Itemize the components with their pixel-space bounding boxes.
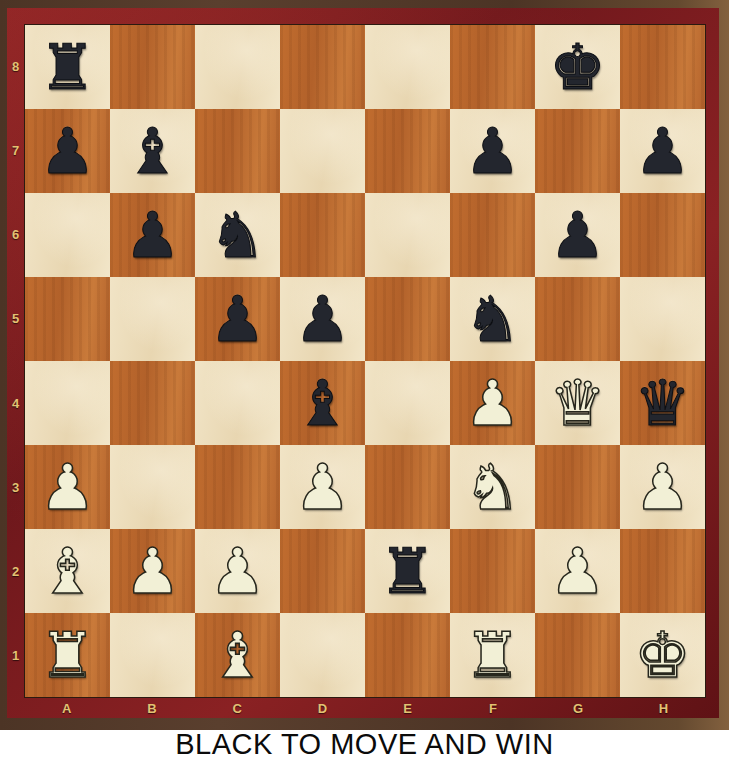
square-b6[interactable]: ♟ — [110, 193, 195, 277]
square-c2[interactable]: ♟ — [195, 529, 280, 613]
black-pawn-c5: ♟ — [209, 288, 265, 351]
square-g5[interactable] — [535, 277, 620, 361]
black-pawn-g6: ♟ — [549, 204, 605, 267]
square-b1[interactable] — [110, 613, 195, 697]
rank-labels: 87654321 — [7, 24, 24, 698]
white-bishop-c1: ♝ — [209, 624, 265, 687]
square-c3[interactable] — [195, 445, 280, 529]
square-b8[interactable] — [110, 25, 195, 109]
white-pawn-b2: ♟ — [124, 540, 180, 603]
file-label-f: F — [450, 698, 535, 718]
square-e8[interactable] — [365, 25, 450, 109]
black-pawn-b6: ♟ — [124, 204, 180, 267]
square-a5[interactable] — [25, 277, 110, 361]
square-a3[interactable]: ♟ — [25, 445, 110, 529]
square-g8[interactable]: ♚ — [535, 25, 620, 109]
rank-label-1: 1 — [7, 614, 24, 698]
white-rook-f1: ♜ — [464, 624, 520, 687]
square-f1[interactable]: ♜ — [450, 613, 535, 697]
square-b4[interactable] — [110, 361, 195, 445]
black-pawn-h7: ♟ — [634, 120, 690, 183]
square-a4[interactable] — [25, 361, 110, 445]
file-label-h: H — [621, 698, 706, 718]
square-c1[interactable]: ♝ — [195, 613, 280, 697]
rank-label-8: 8 — [7, 24, 24, 108]
square-e4[interactable] — [365, 361, 450, 445]
chess-board: ♜♚♟♝♟♟♟♞♟♟♟♞♝♟♛♛♟♟♞♟♝♟♟♜♟♜♝♜♚ — [24, 24, 706, 698]
square-a1[interactable]: ♜ — [25, 613, 110, 697]
square-f3[interactable]: ♞ — [450, 445, 535, 529]
square-h1[interactable]: ♚ — [620, 613, 705, 697]
white-pawn-d3: ♟ — [294, 456, 350, 519]
square-d1[interactable] — [280, 613, 365, 697]
black-pawn-d5: ♟ — [294, 288, 350, 351]
rank-label-6: 6 — [7, 193, 24, 277]
white-pawn-f4: ♟ — [464, 372, 520, 435]
square-g1[interactable] — [535, 613, 620, 697]
black-rook-e2: ♜ — [379, 540, 435, 603]
puzzle-caption: BLACK TO MOVE AND WIN — [175, 730, 553, 759]
board-outer-frame: 87654321 ♜♚♟♝♟♟♟♞♟♟♟♞♝♟♛♛♟♟♞♟♝♟♟♜♟♜♝♜♚ A… — [0, 0, 729, 730]
black-queen-h4: ♛ — [634, 372, 690, 435]
square-c8[interactable] — [195, 25, 280, 109]
square-d8[interactable] — [280, 25, 365, 109]
square-d6[interactable] — [280, 193, 365, 277]
rank-label-3: 3 — [7, 445, 24, 529]
square-c6[interactable]: ♞ — [195, 193, 280, 277]
square-b2[interactable]: ♟ — [110, 529, 195, 613]
square-c7[interactable] — [195, 109, 280, 193]
square-d7[interactable] — [280, 109, 365, 193]
square-e7[interactable] — [365, 109, 450, 193]
rank-label-2: 2 — [7, 530, 24, 614]
square-h8[interactable] — [620, 25, 705, 109]
square-h2[interactable] — [620, 529, 705, 613]
square-h7[interactable]: ♟ — [620, 109, 705, 193]
square-h4[interactable]: ♛ — [620, 361, 705, 445]
board-maroon-frame: 87654321 ♜♚♟♝♟♟♟♞♟♟♟♞♝♟♛♛♟♟♞♟♝♟♟♜♟♜♝♜♚ A… — [7, 8, 719, 718]
square-b3[interactable] — [110, 445, 195, 529]
file-label-d: D — [280, 698, 365, 718]
square-h3[interactable]: ♟ — [620, 445, 705, 529]
white-queen-g4: ♛ — [549, 372, 605, 435]
white-rook-a1: ♜ — [39, 624, 95, 687]
rank-label-7: 7 — [7, 108, 24, 192]
white-pawn-c2: ♟ — [209, 540, 265, 603]
square-d5[interactable]: ♟ — [280, 277, 365, 361]
file-labels: ABCDEFGH — [24, 698, 706, 718]
file-label-c: C — [195, 698, 280, 718]
square-f5[interactable]: ♞ — [450, 277, 535, 361]
rank-label-5: 5 — [7, 277, 24, 361]
black-bishop-b7: ♝ — [124, 120, 180, 183]
white-pawn-a3: ♟ — [39, 456, 95, 519]
square-h6[interactable] — [620, 193, 705, 277]
square-c4[interactable] — [195, 361, 280, 445]
square-a2[interactable]: ♝ — [25, 529, 110, 613]
square-g3[interactable] — [535, 445, 620, 529]
square-c5[interactable]: ♟ — [195, 277, 280, 361]
black-pawn-f7: ♟ — [464, 120, 520, 183]
white-pawn-g2: ♟ — [549, 540, 605, 603]
square-g6[interactable]: ♟ — [535, 193, 620, 277]
square-e1[interactable] — [365, 613, 450, 697]
file-label-a: A — [24, 698, 109, 718]
square-e5[interactable] — [365, 277, 450, 361]
black-rook-a8: ♜ — [39, 36, 95, 99]
square-a7[interactable]: ♟ — [25, 109, 110, 193]
chess-puzzle-page: 87654321 ♜♚♟♝♟♟♟♞♟♟♟♞♝♟♛♛♟♟♞♟♝♟♟♜♟♜♝♜♚ A… — [0, 0, 729, 760]
black-bishop-d4: ♝ — [294, 372, 350, 435]
file-label-g: G — [536, 698, 621, 718]
square-e3[interactable] — [365, 445, 450, 529]
square-f6[interactable] — [450, 193, 535, 277]
square-g7[interactable] — [535, 109, 620, 193]
black-knight-f5: ♞ — [464, 288, 520, 351]
square-b7[interactable]: ♝ — [110, 109, 195, 193]
square-d3[interactable]: ♟ — [280, 445, 365, 529]
file-label-b: B — [109, 698, 194, 718]
file-label-e: E — [365, 698, 450, 718]
square-a8[interactable]: ♜ — [25, 25, 110, 109]
square-f7[interactable]: ♟ — [450, 109, 535, 193]
square-d4[interactable]: ♝ — [280, 361, 365, 445]
white-knight-f3: ♞ — [464, 456, 520, 519]
rank-label-4: 4 — [7, 361, 24, 445]
square-b5[interactable] — [110, 277, 195, 361]
white-pawn-h3: ♟ — [634, 456, 690, 519]
square-f2[interactable] — [450, 529, 535, 613]
white-bishop-a2: ♝ — [39, 540, 95, 603]
black-king-g8: ♚ — [549, 36, 605, 99]
square-f4[interactable]: ♟ — [450, 361, 535, 445]
square-g2[interactable]: ♟ — [535, 529, 620, 613]
black-pawn-a7: ♟ — [39, 120, 95, 183]
square-d2[interactable] — [280, 529, 365, 613]
black-knight-c6: ♞ — [209, 204, 265, 267]
square-h5[interactable] — [620, 277, 705, 361]
square-f8[interactable] — [450, 25, 535, 109]
square-e2[interactable]: ♜ — [365, 529, 450, 613]
square-g4[interactable]: ♛ — [535, 361, 620, 445]
square-e6[interactable] — [365, 193, 450, 277]
square-a6[interactable] — [25, 193, 110, 277]
white-king-h1: ♚ — [634, 624, 690, 687]
caption-bar: BLACK TO MOVE AND WIN — [0, 730, 729, 760]
